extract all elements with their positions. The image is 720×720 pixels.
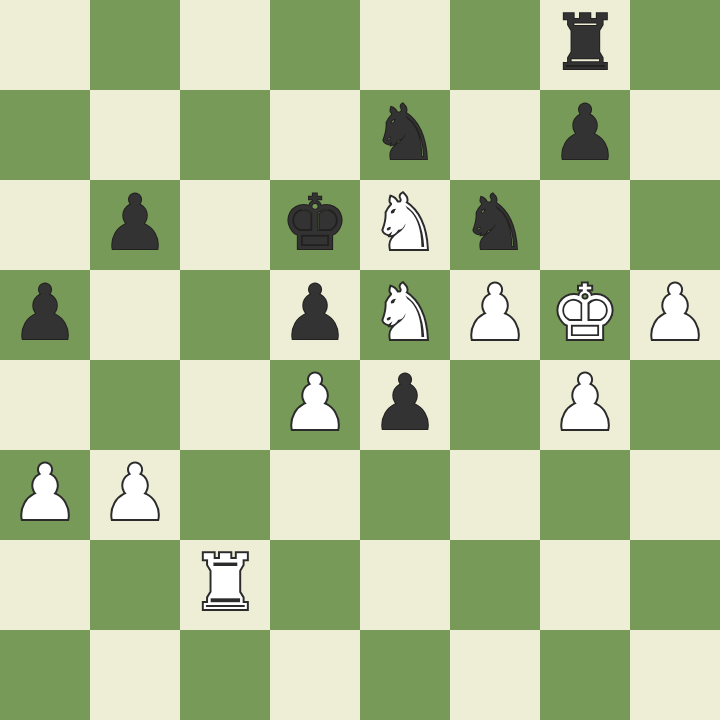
square-h1[interactable] (630, 630, 720, 720)
square-g7[interactable]: ♟ (540, 90, 630, 180)
square-d2[interactable] (270, 540, 360, 630)
square-e7[interactable]: ♞ (360, 90, 450, 180)
square-c2[interactable]: ♜ (180, 540, 270, 630)
square-h4[interactable] (630, 360, 720, 450)
square-h3[interactable] (630, 450, 720, 540)
piece-white-knight[interactable]: ♞ (371, 268, 439, 358)
square-d1[interactable] (270, 630, 360, 720)
square-h2[interactable] (630, 540, 720, 630)
square-h5[interactable]: ♟ (630, 270, 720, 360)
square-c7[interactable] (180, 90, 270, 180)
square-a6[interactable] (0, 180, 90, 270)
square-c1[interactable] (180, 630, 270, 720)
square-f5[interactable]: ♟ (450, 270, 540, 360)
square-f2[interactable] (450, 540, 540, 630)
piece-black-king[interactable]: ♚ (281, 178, 349, 268)
square-f8[interactable] (450, 0, 540, 90)
piece-white-rook[interactable]: ♜ (191, 538, 259, 628)
square-e4[interactable]: ♟ (360, 360, 450, 450)
square-f6[interactable]: ♞ (450, 180, 540, 270)
square-g6[interactable] (540, 180, 630, 270)
piece-black-rook[interactable]: ♜ (551, 0, 619, 88)
square-g8[interactable]: ♜ (540, 0, 630, 90)
piece-white-pawn[interactable]: ♟ (11, 448, 79, 538)
piece-white-pawn[interactable]: ♟ (461, 268, 529, 358)
square-g2[interactable] (540, 540, 630, 630)
square-d6[interactable]: ♚ (270, 180, 360, 270)
square-b3[interactable]: ♟ (90, 450, 180, 540)
square-e6[interactable]: ♞ (360, 180, 450, 270)
square-c8[interactable] (180, 0, 270, 90)
piece-black-pawn[interactable]: ♟ (551, 88, 619, 178)
square-a5[interactable]: ♟ (0, 270, 90, 360)
square-c4[interactable] (180, 360, 270, 450)
chess-board-container: ♜♞♟♟♚♞♞♟♟♞♟♚♟♟♟♟♟♟♜ (0, 0, 720, 720)
piece-white-knight[interactable]: ♞ (371, 178, 439, 268)
square-b7[interactable] (90, 90, 180, 180)
square-d4[interactable]: ♟ (270, 360, 360, 450)
square-e2[interactable] (360, 540, 450, 630)
square-h7[interactable] (630, 90, 720, 180)
square-e1[interactable] (360, 630, 450, 720)
square-b6[interactable]: ♟ (90, 180, 180, 270)
square-a8[interactable] (0, 0, 90, 90)
piece-black-knight[interactable]: ♞ (371, 88, 439, 178)
square-b8[interactable] (90, 0, 180, 90)
square-g4[interactable]: ♟ (540, 360, 630, 450)
square-a1[interactable] (0, 630, 90, 720)
square-f7[interactable] (450, 90, 540, 180)
square-a4[interactable] (0, 360, 90, 450)
piece-white-pawn[interactable]: ♟ (551, 358, 619, 448)
square-b4[interactable] (90, 360, 180, 450)
square-d7[interactable] (270, 90, 360, 180)
square-f1[interactable] (450, 630, 540, 720)
square-e3[interactable] (360, 450, 450, 540)
piece-black-pawn[interactable]: ♟ (101, 178, 169, 268)
piece-white-pawn[interactable]: ♟ (101, 448, 169, 538)
square-c6[interactable] (180, 180, 270, 270)
square-g5[interactable]: ♚ (540, 270, 630, 360)
square-e5[interactable]: ♞ (360, 270, 450, 360)
square-b2[interactable] (90, 540, 180, 630)
square-d3[interactable] (270, 450, 360, 540)
piece-black-pawn[interactable]: ♟ (11, 268, 79, 358)
chess-board: ♜♞♟♟♚♞♞♟♟♞♟♚♟♟♟♟♟♟♜ (0, 0, 720, 720)
square-b1[interactable] (90, 630, 180, 720)
square-e8[interactable] (360, 0, 450, 90)
piece-black-knight[interactable]: ♞ (461, 178, 529, 268)
square-c3[interactable] (180, 450, 270, 540)
piece-black-pawn[interactable]: ♟ (371, 358, 439, 448)
square-h8[interactable] (630, 0, 720, 90)
square-g1[interactable] (540, 630, 630, 720)
square-c5[interactable] (180, 270, 270, 360)
square-d8[interactable] (270, 0, 360, 90)
square-a3[interactable]: ♟ (0, 450, 90, 540)
square-a7[interactable] (0, 90, 90, 180)
piece-black-pawn[interactable]: ♟ (281, 268, 349, 358)
square-a2[interactable] (0, 540, 90, 630)
square-g3[interactable] (540, 450, 630, 540)
square-b5[interactable] (90, 270, 180, 360)
piece-white-pawn[interactable]: ♟ (281, 358, 349, 448)
square-h6[interactable] (630, 180, 720, 270)
square-f3[interactable] (450, 450, 540, 540)
square-d5[interactable]: ♟ (270, 270, 360, 360)
piece-white-king[interactable]: ♚ (551, 268, 619, 358)
piece-white-pawn[interactable]: ♟ (641, 268, 709, 358)
square-f4[interactable] (450, 360, 540, 450)
